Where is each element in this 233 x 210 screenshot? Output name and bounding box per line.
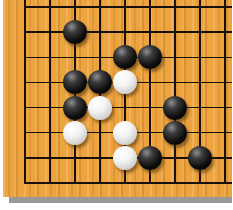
black-stone[interactable] <box>163 121 187 145</box>
black-stone[interactable] <box>138 146 162 170</box>
stone-layer <box>13 0 233 195</box>
white-stone[interactable] <box>63 121 87 145</box>
white-stone[interactable] <box>113 121 137 145</box>
go-board[interactable] <box>3 0 232 197</box>
black-stone[interactable] <box>63 96 87 120</box>
black-stone[interactable] <box>63 20 87 44</box>
white-stone[interactable] <box>88 96 112 120</box>
black-stone[interactable] <box>63 70 87 94</box>
board-shadow <box>9 197 232 203</box>
white-stone[interactable] <box>113 146 137 170</box>
white-stone[interactable] <box>113 70 137 94</box>
black-stone[interactable] <box>188 146 212 170</box>
black-stone[interactable] <box>113 45 137 69</box>
page-background <box>0 0 232 210</box>
black-stone[interactable] <box>88 70 112 94</box>
black-stone[interactable] <box>163 96 187 120</box>
black-stone[interactable] <box>138 45 162 69</box>
